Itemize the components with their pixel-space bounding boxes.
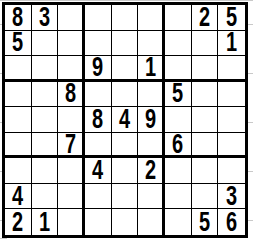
- cell-r6c9[interactable]: [218, 133, 245, 159]
- cell-r5c6[interactable]: 9: [138, 107, 165, 133]
- cell-r3c4[interactable]: 9: [85, 56, 112, 82]
- spreadsheet-gridline-tick: [248, 122, 253, 123]
- spreadsheet-gridline-tick: [248, 171, 253, 172]
- cell-r1c8[interactable]: 2: [192, 5, 219, 31]
- cell-r3c6[interactable]: 1: [138, 56, 165, 82]
- cell-r3c7[interactable]: [165, 56, 192, 82]
- cell-r5c1[interactable]: [5, 107, 32, 133]
- cell-r6c8[interactable]: [192, 133, 219, 159]
- cell-r3c3[interactable]: [58, 56, 85, 82]
- cell-r8c3[interactable]: [58, 184, 85, 210]
- sudoku-board: 83255191858497642432156: [2, 2, 248, 238]
- cell-r9c8[interactable]: 5: [192, 209, 219, 235]
- cell-r9c4[interactable]: [85, 209, 112, 235]
- cell-r8c5[interactable]: [112, 184, 139, 210]
- cell-r4c9[interactable]: [218, 82, 245, 108]
- cell-r4c6[interactable]: [138, 82, 165, 108]
- cell-digit: 5: [172, 82, 183, 108]
- cell-r2c3[interactable]: [58, 31, 85, 57]
- cell-digit: 8: [92, 107, 103, 133]
- cell-digit: 4: [119, 107, 130, 133]
- cell-digit: 6: [172, 133, 183, 158]
- cell-r5c8[interactable]: [192, 107, 219, 133]
- cell-digit: 2: [12, 209, 23, 235]
- cell-r9c3[interactable]: [58, 209, 85, 235]
- cell-digit: 7: [65, 133, 76, 158]
- cell-digit: 1: [39, 209, 50, 235]
- cell-r5c4[interactable]: 8: [85, 107, 112, 133]
- cell-digit: 2: [145, 158, 156, 184]
- cell-digit: 5: [199, 209, 210, 235]
- spreadsheet-gridline-tick: [248, 73, 253, 74]
- cell-r9c5[interactable]: [112, 209, 139, 235]
- cell-r8c2[interactable]: [32, 184, 59, 210]
- cell-digit: 1: [145, 56, 156, 81]
- cell-r2c2[interactable]: [32, 31, 59, 57]
- cell-r7c6[interactable]: 2: [138, 158, 165, 184]
- cell-r9c1[interactable]: 2: [5, 209, 32, 235]
- cell-r6c7[interactable]: 6: [165, 133, 192, 159]
- cell-r4c7[interactable]: 5: [165, 82, 192, 108]
- cell-r9c6[interactable]: [138, 209, 165, 235]
- cell-r6c1[interactable]: [5, 133, 32, 159]
- cell-digit: 4: [12, 184, 23, 210]
- cell-r1c5[interactable]: [112, 5, 139, 31]
- cell-r6c6[interactable]: [138, 133, 165, 159]
- cell-r8c1[interactable]: 4: [5, 184, 32, 210]
- cell-r6c4[interactable]: [85, 133, 112, 159]
- cell-r2c8[interactable]: [192, 31, 219, 57]
- cell-r6c2[interactable]: [32, 133, 59, 159]
- cell-r8c4[interactable]: [85, 184, 112, 210]
- cell-r8c8[interactable]: [192, 184, 219, 210]
- spreadsheet-gridline-tick: [248, 24, 253, 25]
- cell-r5c7[interactable]: [165, 107, 192, 133]
- cell-r3c2[interactable]: [32, 56, 59, 82]
- cell-digit: 5: [226, 5, 237, 31]
- cell-r4c1[interactable]: [5, 82, 32, 108]
- cell-r7c1[interactable]: [5, 158, 32, 184]
- cell-digit: 2: [199, 5, 210, 31]
- cell-r1c2[interactable]: 3: [32, 5, 59, 31]
- cell-digit: 9: [145, 107, 156, 133]
- cell-r2c4[interactable]: [85, 31, 112, 57]
- cell-r3c1[interactable]: [5, 56, 32, 82]
- cell-r5c2[interactable]: [32, 107, 59, 133]
- cell-r7c9[interactable]: [218, 158, 245, 184]
- cell-r4c5[interactable]: [112, 82, 139, 108]
- cell-r2c9[interactable]: 1: [218, 31, 245, 57]
- cell-digit: 8: [12, 5, 23, 31]
- spreadsheet-gridline-bottom: [0, 238, 7, 239]
- cell-r8c9[interactable]: 3: [218, 184, 245, 210]
- cell-digit: 9: [92, 56, 103, 81]
- cell-r2c6[interactable]: [138, 31, 165, 57]
- cell-digit: 6: [226, 209, 237, 235]
- cell-r1c1[interactable]: 8: [5, 5, 32, 31]
- cell-r8c7[interactable]: [165, 184, 192, 210]
- cell-r7c3[interactable]: [58, 158, 85, 184]
- cell-r2c5[interactable]: [112, 31, 139, 57]
- cell-digit: 5: [12, 31, 23, 57]
- cell-r1c7[interactable]: [165, 5, 192, 31]
- cell-r4c4[interactable]: [85, 82, 112, 108]
- spreadsheet-gridline-tick: [248, 220, 253, 221]
- cell-r5c5[interactable]: 4: [112, 107, 139, 133]
- spreadsheet-gridline-top: [0, 0, 253, 1]
- cell-r7c4[interactable]: 4: [85, 158, 112, 184]
- cell-r7c5[interactable]: [112, 158, 139, 184]
- cell-r1c9[interactable]: 5: [218, 5, 245, 31]
- cell-r2c7[interactable]: [165, 31, 192, 57]
- cell-r3c8[interactable]: [192, 56, 219, 82]
- cell-digit: 3: [39, 5, 50, 31]
- cell-r9c7[interactable]: [165, 209, 192, 235]
- cell-digit: 3: [226, 184, 237, 210]
- cell-r4c3[interactable]: 8: [58, 82, 85, 108]
- cell-r7c8[interactable]: [192, 158, 219, 184]
- cell-r4c8[interactable]: [192, 82, 219, 108]
- cell-r9c9[interactable]: 6: [218, 209, 245, 235]
- cell-r5c9[interactable]: [218, 107, 245, 133]
- cell-r6c5[interactable]: [112, 133, 139, 159]
- cell-r7c2[interactable]: [32, 158, 59, 184]
- cell-r1c4[interactable]: [85, 5, 112, 31]
- cell-r9c2[interactable]: 1: [32, 209, 59, 235]
- cell-r5c3[interactable]: [58, 107, 85, 133]
- cell-r4c2[interactable]: [32, 82, 59, 108]
- cell-digit: 8: [65, 82, 76, 108]
- cell-r8c6[interactable]: [138, 184, 165, 210]
- cell-r2c1[interactable]: 5: [5, 31, 32, 57]
- cell-r1c3[interactable]: [58, 5, 85, 31]
- cell-r1c6[interactable]: [138, 5, 165, 31]
- cell-digit: 1: [226, 31, 237, 57]
- cell-r3c5[interactable]: [112, 56, 139, 82]
- cell-r6c3[interactable]: 7: [58, 133, 85, 159]
- cell-r3c9[interactable]: [218, 56, 245, 82]
- cell-digit: 4: [92, 158, 103, 184]
- cell-r7c7[interactable]: [165, 158, 192, 184]
